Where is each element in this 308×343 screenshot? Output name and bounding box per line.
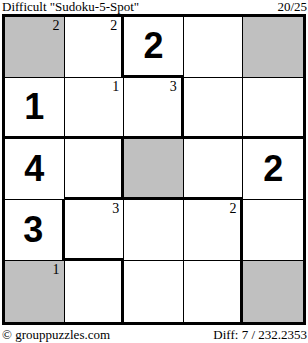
cell-r2c3[interactable]	[184, 139, 244, 200]
cell-r4c1[interactable]	[65, 261, 125, 322]
pencil-mark: 2	[53, 18, 60, 33]
cell-r1c3[interactable]	[184, 78, 244, 139]
cell-r3c1[interactable]: 3	[65, 200, 125, 261]
cell-r0c2[interactable]: 2	[124, 17, 184, 78]
cell-r1c0[interactable]: 1	[5, 78, 65, 139]
footer: © grouppuzzles.com Diff: 7 / 232.2353	[0, 326, 308, 343]
given-digit: 3	[5, 200, 62, 260]
cell-r2c4[interactable]: 2	[243, 139, 303, 200]
given-digit: 4	[5, 139, 64, 199]
cell-r2c1[interactable]	[65, 139, 125, 200]
given-digit: 2	[124, 17, 183, 75]
cell-r3c2[interactable]	[124, 200, 184, 261]
pencil-mark: 1	[53, 262, 60, 277]
pencil-mark: 2	[110, 18, 117, 33]
given-digit: 1	[5, 78, 64, 136]
cell-r1c2[interactable]: 3	[124, 78, 184, 139]
copyright-text: © grouppuzzles.com	[2, 328, 110, 342]
cell-r2c0[interactable]: 4	[5, 139, 65, 200]
given-digit: 2	[243, 139, 303, 199]
cell-r0c0[interactable]: 2	[5, 17, 65, 78]
puzzle-title: Difficult "Sudoku-5-Spot"	[2, 0, 139, 13]
pencil-mark: 1	[112, 79, 119, 94]
puzzle-counter: 20/25	[277, 0, 307, 13]
cell-r4c3[interactable]	[184, 261, 244, 322]
cell-r4c2[interactable]	[124, 261, 184, 322]
pencil-mark: 3	[112, 201, 119, 216]
cell-r0c4[interactable]	[243, 17, 303, 78]
pencil-mark: 3	[170, 79, 177, 94]
cell-r1c4[interactable]	[243, 78, 303, 139]
cell-r3c3[interactable]: 2	[184, 200, 244, 261]
cell-r2c2[interactable]	[124, 139, 184, 200]
cell-r3c0[interactable]: 3	[5, 200, 65, 261]
cell-r4c0[interactable]: 1	[5, 261, 65, 322]
puzzle-page: Difficult "Sudoku-5-Spot" 20/25 22211342…	[0, 0, 308, 343]
cell-r1c1[interactable]: 1	[65, 78, 125, 139]
cell-r3c4[interactable]	[243, 200, 303, 261]
difficulty-text: Diff: 7 / 232.2353	[213, 328, 307, 342]
cell-r4c4[interactable]	[243, 261, 303, 322]
cell-r0c1[interactable]: 2	[65, 17, 125, 78]
header: Difficult "Sudoku-5-Spot" 20/25	[0, 0, 308, 14]
puzzle-grid: 222113423321	[2, 14, 306, 325]
pencil-mark: 2	[229, 201, 236, 216]
cell-r0c3[interactable]	[184, 17, 244, 78]
